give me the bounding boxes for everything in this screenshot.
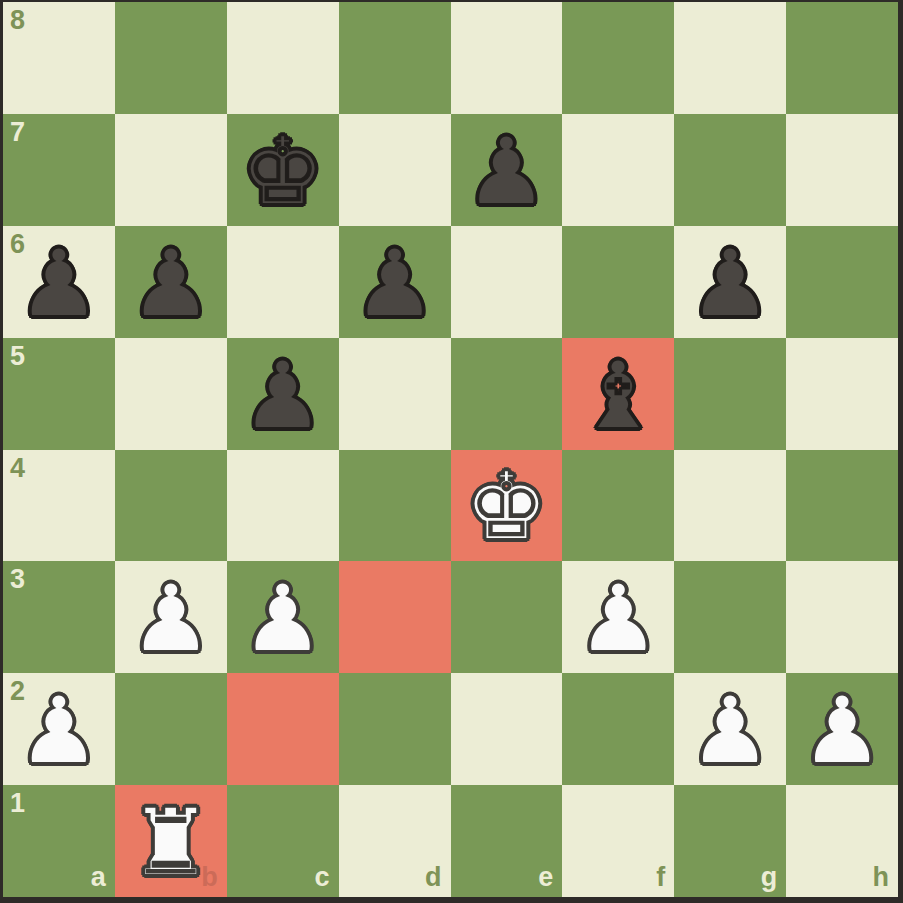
- square-a2[interactable]: 2♟: [3, 673, 115, 785]
- square-a8[interactable]: 8: [3, 2, 115, 114]
- square-c6[interactable]: [227, 226, 339, 338]
- square-b5[interactable]: [115, 338, 227, 450]
- piece-white-king[interactable]: ♚: [451, 450, 563, 562]
- square-h1[interactable]: h: [786, 785, 898, 897]
- square-c3[interactable]: ♟: [227, 561, 339, 673]
- piece-black-pawn[interactable]: ♟: [451, 114, 563, 226]
- square-g4[interactable]: [674, 450, 786, 562]
- square-c2[interactable]: [227, 673, 339, 785]
- file-label-h: h: [873, 864, 890, 891]
- square-c5[interactable]: ♟: [227, 338, 339, 450]
- square-h5[interactable]: [786, 338, 898, 450]
- square-e4[interactable]: ♚: [451, 450, 563, 562]
- piece-white-rook[interactable]: ♜: [115, 785, 227, 897]
- square-g3[interactable]: [674, 561, 786, 673]
- square-a5[interactable]: 5: [3, 338, 115, 450]
- file-label-e: e: [538, 864, 553, 891]
- square-d1[interactable]: d: [339, 785, 451, 897]
- square-d7[interactable]: [339, 114, 451, 226]
- square-g7[interactable]: [674, 114, 786, 226]
- piece-black-king[interactable]: ♚: [227, 114, 339, 226]
- square-e8[interactable]: [451, 2, 563, 114]
- square-e5[interactable]: [451, 338, 563, 450]
- square-c1[interactable]: c: [227, 785, 339, 897]
- square-a4[interactable]: 4: [3, 450, 115, 562]
- square-e3[interactable]: [451, 561, 563, 673]
- square-d8[interactable]: [339, 2, 451, 114]
- square-b8[interactable]: [115, 2, 227, 114]
- square-e6[interactable]: [451, 226, 563, 338]
- square-f1[interactable]: f: [562, 785, 674, 897]
- piece-white-pawn[interactable]: ♟: [674, 673, 786, 785]
- piece-black-pawn[interactable]: ♟: [227, 338, 339, 450]
- square-d2[interactable]: [339, 673, 451, 785]
- rank-label-3: 3: [10, 566, 25, 593]
- piece-black-pawn[interactable]: ♟: [339, 226, 451, 338]
- file-label-d: d: [425, 864, 442, 891]
- rank-label-5: 5: [10, 343, 25, 370]
- square-h4[interactable]: [786, 450, 898, 562]
- square-a7[interactable]: 7: [3, 114, 115, 226]
- piece-white-pawn[interactable]: ♟: [115, 561, 227, 673]
- square-a3[interactable]: 3: [3, 561, 115, 673]
- square-b1[interactable]: b♜: [115, 785, 227, 897]
- rank-label-7: 7: [10, 119, 25, 146]
- square-h2[interactable]: ♟: [786, 673, 898, 785]
- square-h6[interactable]: [786, 226, 898, 338]
- square-f6[interactable]: [562, 226, 674, 338]
- piece-black-pawn[interactable]: ♟: [3, 226, 115, 338]
- file-label-f: f: [656, 864, 665, 891]
- square-a1[interactable]: 1a: [3, 785, 115, 897]
- chess-board-frame: 87♚♟6♟♟♟♟5♟♝4♚3♟♟♟2♟♟♟1ab♜cdefgh: [0, 0, 903, 903]
- square-f7[interactable]: [562, 114, 674, 226]
- square-g1[interactable]: g: [674, 785, 786, 897]
- square-f8[interactable]: [562, 2, 674, 114]
- file-label-g: g: [761, 864, 778, 891]
- square-d6[interactable]: ♟: [339, 226, 451, 338]
- square-b2[interactable]: [115, 673, 227, 785]
- piece-white-pawn[interactable]: ♟: [3, 673, 115, 785]
- square-h3[interactable]: [786, 561, 898, 673]
- square-d5[interactable]: [339, 338, 451, 450]
- piece-white-pawn[interactable]: ♟: [786, 673, 898, 785]
- square-f2[interactable]: [562, 673, 674, 785]
- square-d4[interactable]: [339, 450, 451, 562]
- square-e2[interactable]: [451, 673, 563, 785]
- piece-white-pawn[interactable]: ♟: [227, 561, 339, 673]
- square-c4[interactable]: [227, 450, 339, 562]
- square-g2[interactable]: ♟: [674, 673, 786, 785]
- square-g8[interactable]: [674, 2, 786, 114]
- square-e7[interactable]: ♟: [451, 114, 563, 226]
- piece-black-pawn[interactable]: ♟: [674, 226, 786, 338]
- square-b3[interactable]: ♟: [115, 561, 227, 673]
- rank-label-4: 4: [10, 455, 25, 482]
- square-a6[interactable]: 6♟: [3, 226, 115, 338]
- file-label-a: a: [91, 864, 106, 891]
- square-c8[interactable]: [227, 2, 339, 114]
- square-h7[interactable]: [786, 114, 898, 226]
- square-b6[interactable]: ♟: [115, 226, 227, 338]
- square-g6[interactable]: ♟: [674, 226, 786, 338]
- piece-black-bishop[interactable]: ♝: [562, 338, 674, 450]
- rank-label-8: 8: [10, 7, 25, 34]
- rank-label-1: 1: [10, 790, 25, 817]
- square-c7[interactable]: ♚: [227, 114, 339, 226]
- chess-board: 87♚♟6♟♟♟♟5♟♝4♚3♟♟♟2♟♟♟1ab♜cdefgh: [3, 2, 898, 897]
- square-b4[interactable]: [115, 450, 227, 562]
- square-f5[interactable]: ♝: [562, 338, 674, 450]
- square-h8[interactable]: [786, 2, 898, 114]
- file-label-c: c: [315, 864, 330, 891]
- piece-black-pawn[interactable]: ♟: [115, 226, 227, 338]
- square-d3[interactable]: [339, 561, 451, 673]
- piece-white-pawn[interactable]: ♟: [562, 561, 674, 673]
- square-e1[interactable]: e: [451, 785, 563, 897]
- square-g5[interactable]: [674, 338, 786, 450]
- square-f4[interactable]: [562, 450, 674, 562]
- square-f3[interactable]: ♟: [562, 561, 674, 673]
- square-b7[interactable]: [115, 114, 227, 226]
